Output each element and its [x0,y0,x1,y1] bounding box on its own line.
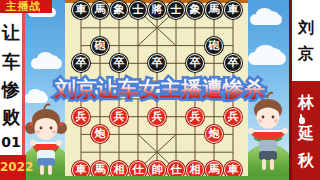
player-name-bottom: 林 延 秋 [292,81,320,180]
piece-red-soldier[interactable]: 兵 [72,108,90,126]
series-banner: 主播战 [0,0,52,13]
piece-black-chariot[interactable]: 車 [72,1,90,19]
piece-black-soldier[interactable]: 卒 [186,54,204,72]
piece-black-general[interactable]: 將 [148,1,166,19]
left-panel-divider [22,0,25,180]
piece-red-cannon[interactable]: 炮 [205,125,223,143]
watermelon-boy-illustration [243,90,293,178]
year-badge: 2022 [0,155,26,180]
player-bottom-char: 延 [292,124,320,144]
piece-red-soldier[interactable]: 兵 [224,108,242,126]
piece-red-soldier[interactable]: 兵 [186,108,204,126]
headline-overlay: 刘京让车女主播遭惨杀 刘京让车女主播遭惨杀 [55,75,265,103]
player-bottom-char: 秋 [292,151,320,171]
piece-black-soldier[interactable]: 卒 [224,54,242,72]
piece-black-horse[interactable]: 馬 [205,1,223,19]
piece-black-soldier[interactable]: 卒 [148,54,166,72]
cloud-icon [250,14,282,25]
piece-black-horse[interactable]: 馬 [91,1,109,19]
player-top-char: 刘 [292,18,320,38]
piece-black-advisor[interactable]: 士 [129,1,147,19]
headline-text: 刘京让车女主播遭惨杀 [55,77,265,101]
piece-black-soldier[interactable]: 卒 [110,54,128,72]
left-title-char: 败 [0,107,22,127]
piece-red-cannon[interactable]: 炮 [91,125,109,143]
piece-black-cannon[interactable]: 砲 [205,37,223,55]
piece-black-soldier[interactable]: 卒 [72,54,90,72]
cloud-icon [248,52,286,65]
left-title-char: 让 [0,23,22,43]
player-bottom-char: 林 [292,93,320,113]
episode-number: 01 [0,134,22,150]
piece-black-cannon[interactable]: 砲 [91,37,109,55]
piece-black-chariot[interactable]: 車 [224,1,242,19]
piece-black-elephant[interactable]: 象 [186,1,204,19]
finger-heart-icon [299,117,305,124]
piece-black-elephant[interactable]: 象 [110,1,128,19]
piece-red-soldier[interactable]: 兵 [148,108,166,126]
thumbnail-stage: 車馬象士將士象馬車砲砲卒卒卒卒卒兵兵兵兵兵炮炮車馬相仕帥仕相馬車 刘京让车女主播… [0,0,320,180]
cloud-icon [31,58,62,69]
player-name-top: 刘 京 [292,0,320,81]
left-title-char: 惨 [0,80,22,100]
piece-black-advisor[interactable]: 士 [167,1,185,19]
player-top-char: 京 [292,44,320,64]
left-title-char: 车 [0,52,22,72]
left-title-panel: 让 车 惨 败 01 [0,0,22,180]
piece-red-soldier[interactable]: 兵 [110,108,128,126]
